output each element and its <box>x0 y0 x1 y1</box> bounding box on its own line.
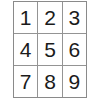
cell-r2c3[interactable]: 6 <box>63 34 86 65</box>
cell-r2c1[interactable]: 4 <box>14 34 37 65</box>
cell-r3c2[interactable]: 8 <box>38 66 61 97</box>
cell-r3c3[interactable]: 9 <box>63 66 86 97</box>
cell-r2c2[interactable]: 5 <box>38 34 61 65</box>
cell-r1c1[interactable]: 1 <box>14 2 37 33</box>
cell-r1c2[interactable]: 2 <box>38 2 61 33</box>
cell-r1c3[interactable]: 3 <box>63 2 86 33</box>
number-grid-board: 1 2 3 4 5 6 7 8 9 <box>13 1 87 98</box>
cell-r3c1[interactable]: 7 <box>14 66 37 97</box>
